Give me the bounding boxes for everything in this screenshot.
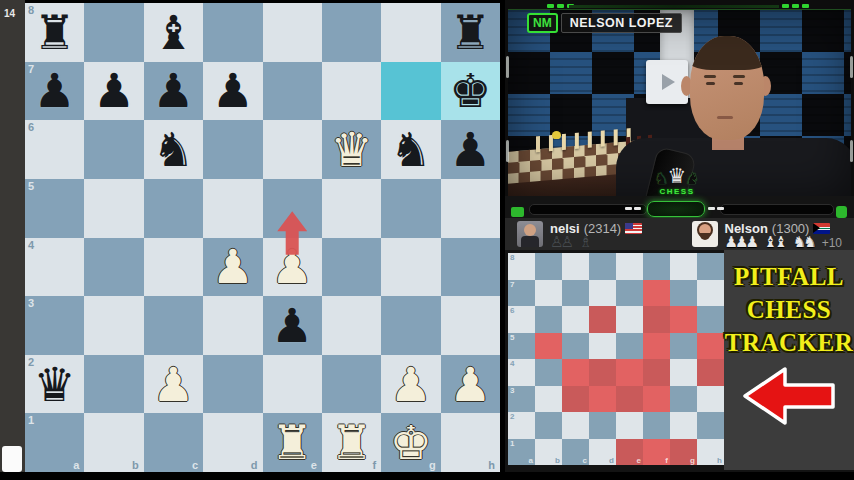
white-pawn-h2[interactable]: ♟ [441,355,500,414]
square-f8[interactable] [322,3,381,62]
square-e5[interactable] [263,179,322,238]
square-f2[interactable] [322,355,381,414]
square-b8[interactable] [84,3,143,62]
square-e1[interactable]: e♜ [263,413,322,472]
square-b1[interactable]: b [84,413,143,472]
heat-square-a7: 7 [508,280,535,307]
black-pawn-a7[interactable]: ♟ [25,62,84,121]
heat-square-h5 [697,333,724,360]
square-g1[interactable]: g♚ [381,413,440,472]
square-c2[interactable]: ♟ [144,355,203,414]
heat-square-f2 [643,412,670,439]
square-c4[interactable] [144,238,203,297]
tracker-title-line2: CHESS [724,293,854,326]
square-e8[interactable] [263,3,322,62]
heat-square-c3 [562,386,589,413]
square-c5[interactable] [144,179,203,238]
heat-square-e8 [616,253,643,280]
square-f6[interactable]: ♛ [322,120,381,179]
square-a7[interactable]: 7♟ [25,62,84,121]
heat-square-c5 [562,333,589,360]
square-d6[interactable] [203,120,262,179]
avatar[interactable] [517,221,543,247]
white-queen-f6[interactable]: ♛ [322,120,381,179]
square-h2[interactable]: ♟ [441,355,500,414]
square-d4[interactable]: ♟ [203,238,262,297]
frame-mark [850,56,853,78]
streamer-name-tag: NM NELSON LOPEZ [527,13,682,33]
frame-mark [850,140,853,162]
heat-square-f1: f [643,439,670,466]
white-pawn-c2[interactable]: ♟ [144,355,203,414]
square-a2[interactable]: 2♛ [25,355,84,414]
square-a3[interactable]: 3 [25,296,84,355]
square-a5[interactable]: 5 [25,179,84,238]
square-h5[interactable] [441,179,500,238]
black-pawn-e3[interactable]: ♟ [263,296,322,355]
heat-square-d3 [589,386,616,413]
square-e7[interactable] [263,62,322,121]
captured-bishops: ♝♝ [764,235,785,250]
heat-square-h6 [697,306,724,333]
square-g6[interactable]: ♞ [381,120,440,179]
square-a6[interactable]: 6 [25,120,84,179]
square-f4[interactable] [322,238,381,297]
square-g4[interactable] [381,238,440,297]
black-pawn-c7[interactable]: ♟ [144,62,203,121]
square-b5[interactable] [84,179,143,238]
heat-square-f5 [643,333,670,360]
heat-square-b3 [535,386,562,413]
square-b6[interactable] [84,120,143,179]
square-d7[interactable]: ♟ [203,62,262,121]
captured-pawns: ♙♙ [550,235,571,250]
left-arrow-icon [740,366,838,426]
heat-square-d2 [589,412,616,439]
webcam-panel: NM NELSON LOPEZ ♞ ♛ ♞ CHESS [505,0,854,218]
black-pawn-d7[interactable]: ♟ [203,62,262,121]
material-advantage: +10 [822,236,842,250]
black-queen-a2[interactable]: ♛ [25,355,84,414]
square-c1[interactable]: c [144,413,203,472]
square-h3[interactable] [441,296,500,355]
frame-mark [506,56,509,78]
square-g3[interactable] [381,296,440,355]
heat-square-f6 [643,306,670,333]
square-d2[interactable] [203,355,262,414]
logo-knight-icon: ♞ [685,171,699,187]
white-pawn-g2[interactable]: ♟ [381,355,440,414]
heat-square-e2 [616,412,643,439]
heat-square-a3: 3 [508,386,535,413]
square-b4[interactable] [84,238,143,297]
logo-text: CHESS [647,188,707,196]
heat-square-b1: b [535,439,562,466]
white-pawn-d4[interactable]: ♟ [203,238,262,297]
za-flag-icon [813,223,830,234]
heat-square-b5 [535,333,562,360]
square-h6[interactable]: ♟ [441,120,500,179]
square-e6[interactable] [263,120,322,179]
heat-square-e4 [616,359,643,386]
logo-queen-icon: ♛ [668,166,687,187]
square-h7[interactable]: ♚ [441,62,500,121]
square-g7[interactable] [381,62,440,121]
heat-square-e1: e [616,439,643,466]
square-e3[interactable]: ♟ [263,296,322,355]
black-pawn-h6[interactable]: ♟ [441,120,500,179]
heat-square-b2 [535,412,562,439]
heat-square-g6 [670,306,697,333]
heat-square-a5: 5 [508,333,535,360]
square-g5[interactable] [381,179,440,238]
player-left: nelsi (2314) ♙♙ ♗ [505,218,680,250]
square-a1[interactable]: 1a [25,413,84,472]
move-list-strip: 14 [0,0,25,472]
main-chess-board[interactable]: 8♜♝♜7♟♟♟♟♚6♞♛♞♟54♟♟3♟2♛♟♟♟1abcde♜f♜g♚h [25,3,500,472]
white-king-g1[interactable]: ♚ [381,413,440,472]
tracker-title-line1: PITFALL [724,260,854,293]
heat-square-c2 [562,412,589,439]
heat-square-f4 [643,359,670,386]
heat-square-f7 [643,280,670,307]
heat-square-c1: c [562,439,589,466]
heat-square-f3 [643,386,670,413]
square-f3[interactable] [322,296,381,355]
heat-square-c7 [562,280,589,307]
heat-square-d5 [589,333,616,360]
logo-glow-pill [647,201,705,217]
black-rook-a8[interactable]: ♜ [25,3,84,62]
pitfall-heatmap-board: 87654321abcdefgh [508,253,724,465]
square-a4[interactable]: 4 [25,238,84,297]
black-pawn-b7[interactable]: ♟ [84,62,143,121]
heat-square-c4 [562,359,589,386]
tracker-title-line3: TRACKER [724,326,854,359]
black-knight-g6[interactable]: ♞ [381,120,440,179]
heat-square-d1: d [589,439,616,466]
heat-square-b6 [535,306,562,333]
black-knight-c6[interactable]: ♞ [144,120,203,179]
title-badge: NM [527,13,558,33]
heat-square-e3 [616,386,643,413]
captured-bishops: ♗ [579,235,589,250]
square-e2[interactable] [263,355,322,414]
square-c7[interactable]: ♟ [144,62,203,121]
square-c8[interactable]: ♝ [144,3,203,62]
heat-square-a8: 8 [508,253,535,280]
heat-square-h3 [697,386,724,413]
stream-screenshot: 14 8♜♝♜7♟♟♟♟♚6♞♛♞♟54♟♟3♟2♛♟♟♟1abcde♜f♜g♚… [0,0,854,480]
heat-square-e7 [616,280,643,307]
heat-square-g4 [670,359,697,386]
heat-square-f8 [643,253,670,280]
tracker-panel: PITFALL CHESS TRACKER [724,250,854,470]
frame-top-strip [569,5,779,8]
square-g8[interactable] [381,3,440,62]
square-f5[interactable] [322,179,381,238]
heat-square-h4 [697,359,724,386]
heat-square-h8 [697,253,724,280]
frame-mark [506,140,509,162]
logo-knight-icon: ♞ [654,171,668,187]
chat-icon[interactable] [511,207,524,217]
heat-square-a6: 6 [508,306,535,333]
avatar[interactable] [692,221,718,247]
black-bishop-c8[interactable]: ♝ [144,3,203,62]
square-a8[interactable]: 8♜ [25,3,84,62]
player-rating: (2314) [584,221,622,236]
player-bars: nelsi (2314) ♙♙ ♗ Nelson (1300) ♟ [505,218,854,250]
captured-knights: ♞♞ [793,235,814,250]
square-b7[interactable]: ♟ [84,62,143,121]
square-f7[interactable] [322,62,381,121]
square-d8[interactable] [203,3,262,62]
led-dashes [782,4,809,8]
square-d5[interactable] [203,179,262,238]
us-flag-icon [625,223,642,234]
heat-square-e5 [616,333,643,360]
tracker-section: 87654321abcdefgh PITFALL CHESS TRACKER [505,250,854,472]
heat-square-a2: 2 [508,412,535,439]
square-h8[interactable]: ♜ [441,3,500,62]
player-right: Nelson (1300) ♟♟♟ ♝♝ ♞♞ +10 [680,218,854,250]
heat-square-d7 [589,280,616,307]
square-c3[interactable] [144,296,203,355]
square-f1[interactable]: f♜ [322,413,381,472]
square-g2[interactable]: ♟ [381,355,440,414]
square-h1[interactable]: h [441,413,500,472]
heat-square-c6 [562,306,589,333]
heat-square-g8 [670,253,697,280]
streamer-name: NELSON LOPEZ [561,13,682,33]
heat-square-c8 [562,253,589,280]
black-rook-h8[interactable]: ♜ [441,3,500,62]
heat-square-h7 [697,280,724,307]
heat-square-g1: g [670,439,697,466]
heat-square-b7 [535,280,562,307]
square-h4[interactable] [441,238,500,297]
heat-square-e6 [616,306,643,333]
heat-square-a4: 4 [508,359,535,386]
heat-square-a1: 1a [508,439,535,466]
heat-square-h2 [697,412,724,439]
heat-square-g5 [670,333,697,360]
square-d3[interactable] [203,296,262,355]
captured-pawns: ♟♟♟ [725,235,756,250]
square-d1[interactable]: d [203,413,262,472]
heat-square-d4 [589,359,616,386]
white-chip[interactable] [2,446,22,472]
square-b3[interactable] [84,296,143,355]
alert-icon[interactable] [836,206,847,218]
white-rook-e1[interactable]: ♜ [263,413,322,472]
heat-square-d8 [589,253,616,280]
square-e4[interactable]: ♟ [263,238,322,297]
white-rook-f1[interactable]: ♜ [322,413,381,472]
move-number: 14 [4,8,15,19]
heat-square-g2 [670,412,697,439]
heat-square-b4 [535,359,562,386]
heat-square-g3 [670,386,697,413]
square-c6[interactable]: ♞ [144,120,203,179]
white-pawn-e4[interactable]: ♟ [263,238,322,297]
bar-slot [720,204,834,215]
heat-square-h1: h [697,439,724,466]
heat-square-b8 [535,253,562,280]
channel-logo: ♞ ♛ ♞ CHESS [647,166,707,196]
black-king-h7[interactable]: ♚ [441,62,500,121]
heat-square-g7 [670,280,697,307]
square-b2[interactable] [84,355,143,414]
heat-square-d6 [589,306,616,333]
